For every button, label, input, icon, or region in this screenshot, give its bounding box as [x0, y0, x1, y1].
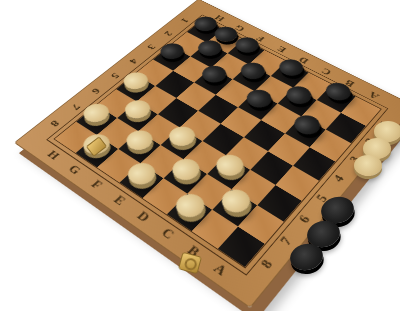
coord-number-near: 6	[295, 212, 314, 226]
coord-number-far: 5	[107, 71, 122, 81]
coord-number-far: 6	[88, 86, 103, 96]
coord-letter-far: A	[366, 89, 382, 102]
coord-number-far: 2	[161, 29, 175, 38]
coord-letter-near: F	[87, 177, 105, 192]
square-f5[interactable]	[158, 98, 198, 127]
coord-number-near: 7	[276, 234, 295, 249]
coord-number-far: 4	[126, 57, 141, 66]
coord-number-near: 8	[257, 257, 277, 273]
coord-number-far: 7	[68, 102, 84, 113]
coord-number-far: 8	[47, 118, 63, 129]
coord-letter-near: G	[64, 162, 84, 178]
coord-number-far: 1	[177, 17, 191, 25]
checkers-board: 8877665544332211HHGGFFEEDDCCBBAA	[14, 0, 400, 307]
coord-letter-near: H	[43, 147, 63, 162]
coord-letter-near: E	[110, 192, 129, 208]
coord-letter-far: C	[318, 66, 333, 78]
coord-letter-near: D	[133, 208, 153, 225]
coord-letter-near: C	[157, 225, 177, 243]
coord-letter-near: A	[209, 260, 229, 279]
coord-number-near: 4	[330, 172, 348, 185]
board-face: 8877665544332211HHGGFFEEDDCCBBAA	[14, 0, 400, 308]
product-photo-scene: 8877665544332211HHGGFFEEDDCCBBAA	[0, 0, 400, 311]
coord-letter-far: E	[274, 44, 289, 55]
offboard-light-disc-3[interactable]	[354, 155, 382, 176]
coord-number-far: 3	[144, 43, 159, 52]
